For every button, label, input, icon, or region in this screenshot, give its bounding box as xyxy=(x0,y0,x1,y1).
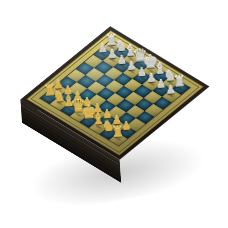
product-photo: ♜♞♝♛♚♝♞♜♟♟♟♟♟♟♟♟♟♟♟♟♟♟♟♟♜♞♝♛♚♝♞♜ xyxy=(0,0,228,228)
white-rook-icon: ♜ xyxy=(106,125,129,141)
black-pawn-icon: ♟ xyxy=(160,84,183,97)
